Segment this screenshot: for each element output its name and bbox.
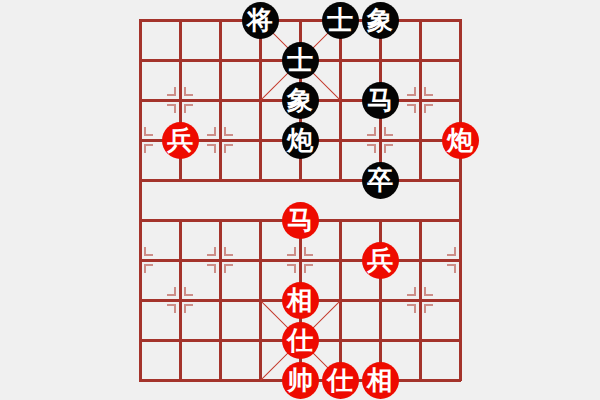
red-advisor-glyph: 仕: [322, 362, 359, 399]
red-horse-glyph: 马: [282, 202, 319, 239]
piece-red-advisor[interactable]: 仕: [320, 360, 360, 400]
piece-black-general[interactable]: 将: [240, 0, 280, 40]
black-advisor-glyph: 士: [322, 2, 359, 39]
piece-red-soldier[interactable]: 兵: [160, 120, 200, 160]
piece-black-cannon[interactable]: 炮: [280, 120, 320, 160]
piece-red-general[interactable]: 帅: [280, 360, 320, 400]
piece-red-soldier[interactable]: 兵: [360, 240, 400, 280]
red-elephant-glyph: 相: [362, 362, 399, 399]
red-general-glyph: 帅: [282, 362, 319, 399]
piece-red-cannon[interactable]: 炮: [440, 120, 480, 160]
black-cannon-glyph: 炮: [282, 122, 319, 159]
black-advisor-glyph: 士: [282, 42, 319, 79]
black-elephant-glyph: 象: [282, 82, 319, 119]
xiangqi-board: 将士象士象马炮卒兵炮马兵相仕帅仕相: [0, 0, 600, 400]
piece-black-horse[interactable]: 马: [360, 80, 400, 120]
red-cannon-glyph: 炮: [442, 122, 479, 159]
black-elephant-glyph: 象: [362, 2, 399, 39]
piece-red-advisor[interactable]: 仕: [280, 320, 320, 360]
black-general-glyph: 将: [242, 2, 279, 39]
piece-black-advisor[interactable]: 士: [320, 0, 360, 40]
red-elephant-glyph: 相: [282, 282, 319, 319]
piece-black-elephant[interactable]: 象: [360, 0, 400, 40]
black-horse-glyph: 马: [362, 82, 399, 119]
red-soldier-glyph: 兵: [162, 122, 199, 159]
piece-red-elephant[interactable]: 相: [280, 280, 320, 320]
black-soldier-glyph: 卒: [362, 162, 399, 199]
red-advisor-glyph: 仕: [282, 322, 319, 359]
piece-black-soldier[interactable]: 卒: [360, 160, 400, 200]
piece-black-advisor[interactable]: 士: [280, 40, 320, 80]
piece-black-elephant[interactable]: 象: [280, 80, 320, 120]
piece-red-elephant[interactable]: 相: [360, 360, 400, 400]
red-soldier-glyph: 兵: [362, 242, 399, 279]
piece-red-horse[interactable]: 马: [280, 200, 320, 240]
pieces-grid: 将士象士象马炮卒兵炮马兵相仕帅仕相: [120, 0, 480, 400]
